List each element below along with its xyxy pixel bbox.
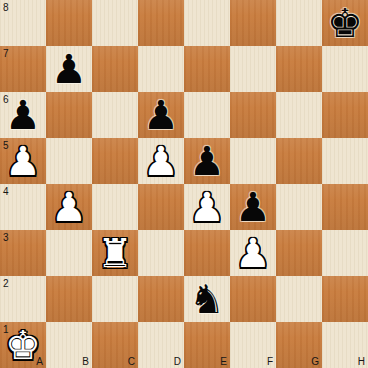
square-a3[interactable]: 3	[0, 230, 46, 276]
rank-label-4: 4	[3, 186, 9, 197]
square-b2[interactable]	[46, 276, 92, 322]
white-pawn[interactable]: ♟	[230, 230, 276, 276]
black-knight[interactable]: ♞	[184, 276, 230, 322]
black-pawn[interactable]: ♟	[46, 46, 92, 92]
square-f4[interactable]: ♟	[230, 184, 276, 230]
square-h8[interactable]: ♚	[322, 0, 368, 46]
square-h1[interactable]: H	[322, 322, 368, 368]
square-g3[interactable]	[276, 230, 322, 276]
square-b4[interactable]: ♟	[46, 184, 92, 230]
square-g7[interactable]	[276, 46, 322, 92]
square-h3[interactable]	[322, 230, 368, 276]
square-f2[interactable]	[230, 276, 276, 322]
square-g8[interactable]	[276, 0, 322, 46]
rank-label-3: 3	[3, 232, 9, 243]
square-c8[interactable]	[92, 0, 138, 46]
square-b7[interactable]: ♟	[46, 46, 92, 92]
square-c4[interactable]	[92, 184, 138, 230]
square-f6[interactable]	[230, 92, 276, 138]
square-a7[interactable]: 7	[0, 46, 46, 92]
white-pawn[interactable]: ♟	[184, 184, 230, 230]
black-pawn[interactable]: ♟	[138, 92, 184, 138]
square-f1[interactable]: F	[230, 322, 276, 368]
square-e6[interactable]	[184, 92, 230, 138]
square-e5[interactable]: ♟	[184, 138, 230, 184]
square-b1[interactable]: B	[46, 322, 92, 368]
square-b6[interactable]	[46, 92, 92, 138]
square-a4[interactable]: 4	[0, 184, 46, 230]
square-c6[interactable]	[92, 92, 138, 138]
square-e7[interactable]	[184, 46, 230, 92]
square-h2[interactable]	[322, 276, 368, 322]
file-label-b: B	[82, 356, 89, 367]
square-e1[interactable]: E	[184, 322, 230, 368]
square-h4[interactable]	[322, 184, 368, 230]
chess-board: 8♚7♟6♟♟5♟♟♟4♟♟♟3♜♟2♞1A♚BCDEFGH	[0, 0, 368, 368]
square-g2[interactable]	[276, 276, 322, 322]
square-h5[interactable]	[322, 138, 368, 184]
file-label-c: C	[128, 356, 135, 367]
file-label-f: F	[267, 356, 273, 367]
file-label-d: D	[174, 356, 181, 367]
black-pawn[interactable]: ♟	[230, 184, 276, 230]
square-d8[interactable]	[138, 0, 184, 46]
square-d7[interactable]	[138, 46, 184, 92]
white-pawn[interactable]: ♟	[46, 184, 92, 230]
square-g6[interactable]	[276, 92, 322, 138]
square-a8[interactable]: 8	[0, 0, 46, 46]
square-a5[interactable]: 5♟	[0, 138, 46, 184]
file-label-g: G	[311, 356, 319, 367]
square-f7[interactable]	[230, 46, 276, 92]
black-pawn[interactable]: ♟	[0, 92, 46, 138]
square-c3[interactable]: ♜	[92, 230, 138, 276]
rank-label-2: 2	[3, 278, 9, 289]
square-d1[interactable]: D	[138, 322, 184, 368]
square-f5[interactable]	[230, 138, 276, 184]
white-pawn[interactable]: ♟	[138, 138, 184, 184]
square-d3[interactable]	[138, 230, 184, 276]
black-king[interactable]: ♚	[322, 0, 368, 46]
black-pawn[interactable]: ♟	[184, 138, 230, 184]
square-e3[interactable]	[184, 230, 230, 276]
white-rook[interactable]: ♜	[92, 230, 138, 276]
square-g5[interactable]	[276, 138, 322, 184]
square-f8[interactable]	[230, 0, 276, 46]
square-f3[interactable]: ♟	[230, 230, 276, 276]
white-pawn[interactable]: ♟	[0, 138, 46, 184]
square-b8[interactable]	[46, 0, 92, 46]
square-g4[interactable]	[276, 184, 322, 230]
square-d6[interactable]: ♟	[138, 92, 184, 138]
square-a1[interactable]: 1A♚	[0, 322, 46, 368]
square-h6[interactable]	[322, 92, 368, 138]
rank-label-8: 8	[3, 2, 9, 13]
square-d4[interactable]	[138, 184, 184, 230]
white-king[interactable]: ♚	[0, 322, 46, 368]
square-e4[interactable]: ♟	[184, 184, 230, 230]
square-c7[interactable]	[92, 46, 138, 92]
square-a2[interactable]: 2	[0, 276, 46, 322]
square-b5[interactable]	[46, 138, 92, 184]
square-c1[interactable]: C	[92, 322, 138, 368]
square-g1[interactable]: G	[276, 322, 322, 368]
rank-label-7: 7	[3, 48, 9, 59]
square-a6[interactable]: 6♟	[0, 92, 46, 138]
square-e8[interactable]	[184, 0, 230, 46]
square-c2[interactable]	[92, 276, 138, 322]
square-e2[interactable]: ♞	[184, 276, 230, 322]
file-label-e: E	[220, 356, 227, 367]
square-b3[interactable]	[46, 230, 92, 276]
square-c5[interactable]	[92, 138, 138, 184]
square-h7[interactable]	[322, 46, 368, 92]
square-d2[interactable]	[138, 276, 184, 322]
file-label-h: H	[358, 356, 365, 367]
square-d5[interactable]: ♟	[138, 138, 184, 184]
